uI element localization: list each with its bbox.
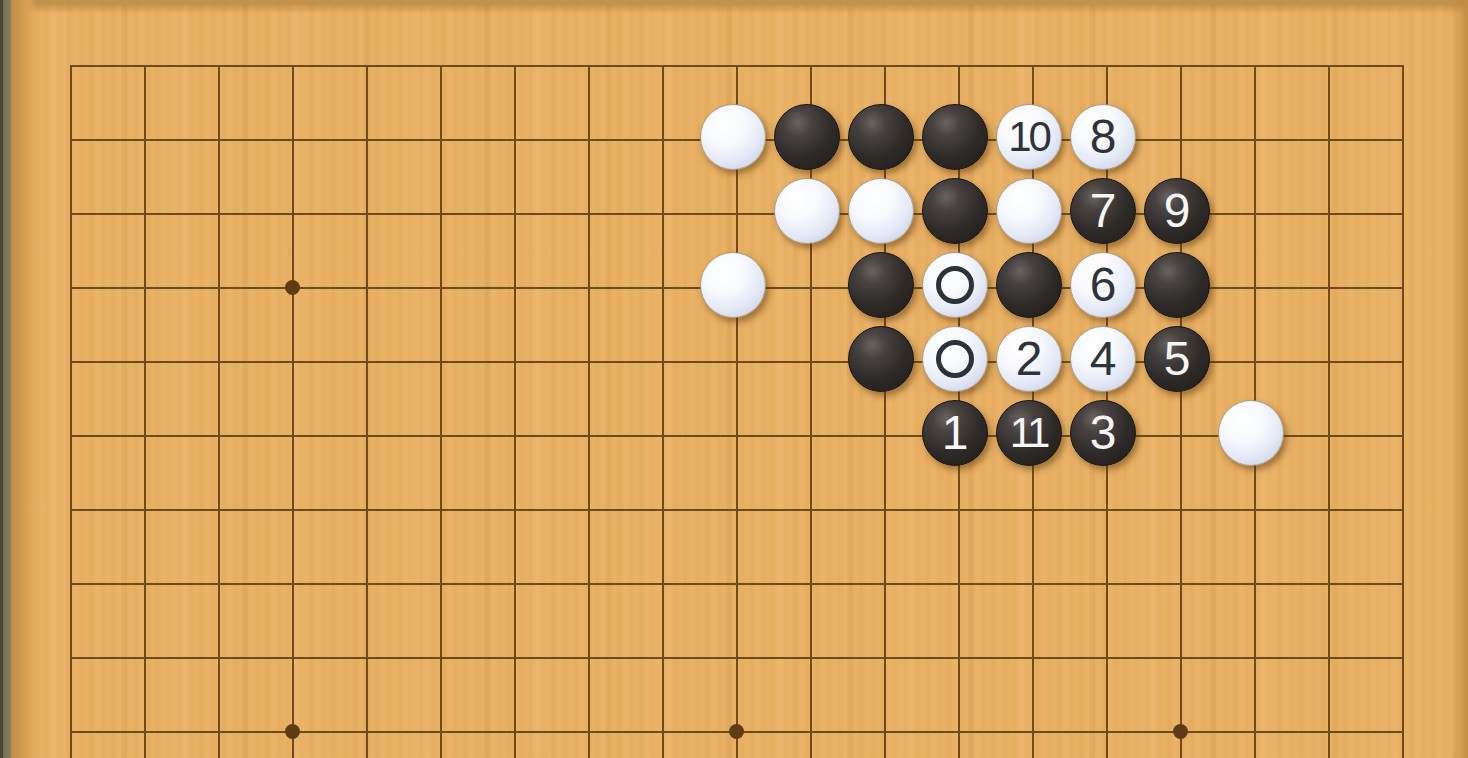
stone-white-circled[interactable]	[922, 326, 988, 392]
stone-move-number: 6	[1090, 261, 1116, 309]
grid-line-horizontal	[70, 65, 1404, 67]
circle-marker-icon	[936, 340, 974, 378]
stone-white[interactable]	[996, 178, 1062, 244]
stone-black-move-1[interactable]: 1	[922, 400, 988, 466]
stone-white[interactable]	[700, 104, 766, 170]
star-point	[1173, 724, 1188, 739]
stone-black[interactable]	[996, 252, 1062, 318]
stone-black[interactable]	[774, 104, 840, 170]
stone-move-number: 2	[1016, 335, 1042, 383]
stone-black[interactable]	[922, 178, 988, 244]
stone-white-circled[interactable]	[922, 252, 988, 318]
stone-black-move-9[interactable]: 9	[1144, 178, 1210, 244]
stone-black-move-5[interactable]: 5	[1144, 326, 1210, 392]
grid-line-horizontal	[70, 509, 1404, 511]
star-point	[285, 280, 300, 295]
stone-move-number: 11	[1010, 412, 1048, 454]
stone-white[interactable]	[1218, 400, 1284, 466]
stone-move-number: 7	[1090, 187, 1116, 235]
star-point	[729, 724, 744, 739]
stone-black[interactable]	[1144, 252, 1210, 318]
grid-line-vertical	[70, 65, 72, 758]
stone-white-move-2[interactable]: 2	[996, 326, 1062, 392]
grid-line-horizontal	[70, 657, 1404, 659]
grid-line-vertical	[1402, 65, 1404, 758]
stone-white[interactable]	[848, 178, 914, 244]
stone-move-number: 10	[1008, 116, 1049, 158]
stone-black[interactable]	[848, 326, 914, 392]
board-canvas: 1087962451113	[0, 0, 1468, 758]
stone-move-number: 1	[942, 409, 968, 457]
stone-move-number: 3	[1090, 409, 1116, 457]
stone-white-move-10[interactable]: 10	[996, 104, 1062, 170]
grid-line-vertical	[588, 65, 590, 758]
stone-white-move-8[interactable]: 8	[1070, 104, 1136, 170]
grid-line-vertical	[292, 65, 294, 758]
star-point	[285, 724, 300, 739]
stone-black-move-11[interactable]: 11	[996, 400, 1062, 466]
circle-marker-icon	[936, 266, 974, 304]
grid-line-vertical	[218, 65, 220, 758]
stone-move-number: 8	[1090, 113, 1116, 161]
grid-line-horizontal	[70, 583, 1404, 585]
stone-black[interactable]	[848, 104, 914, 170]
grid-line-vertical	[662, 65, 664, 758]
grid-line-vertical	[1180, 65, 1182, 758]
stone-white[interactable]	[700, 252, 766, 318]
grid-line-horizontal	[70, 435, 1404, 437]
stone-black-move-3[interactable]: 3	[1070, 400, 1136, 466]
stone-move-number: 4	[1090, 335, 1116, 383]
grid-line-vertical	[144, 65, 146, 758]
stone-move-number: 9	[1164, 187, 1190, 235]
go-board[interactable]: 1087962451113	[0, 0, 1468, 758]
grid-line-vertical	[366, 65, 368, 758]
stone-white[interactable]	[774, 178, 840, 244]
grid-line-vertical	[514, 65, 516, 758]
stone-move-number: 5	[1164, 335, 1190, 383]
grid-line-vertical	[440, 65, 442, 758]
stone-black-move-7[interactable]: 7	[1070, 178, 1136, 244]
grid-line-vertical	[1328, 65, 1330, 758]
stone-white-move-6[interactable]: 6	[1070, 252, 1136, 318]
stone-black[interactable]	[922, 104, 988, 170]
stone-black[interactable]	[848, 252, 914, 318]
stone-white-move-4[interactable]: 4	[1070, 326, 1136, 392]
